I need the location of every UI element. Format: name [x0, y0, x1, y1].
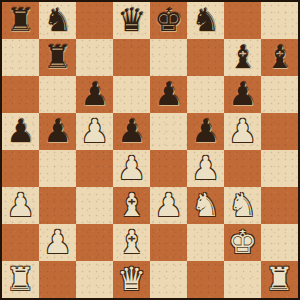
black-pawn-piece: ♟	[6, 113, 35, 150]
white-pawn-piece: ♟	[228, 113, 257, 150]
white-pawn-piece: ♟	[80, 113, 109, 150]
square-g1[interactable]	[224, 261, 261, 298]
white-bishop-piece: ♝	[117, 187, 146, 224]
black-queen-piece: ♛	[117, 2, 146, 39]
square-a5[interactable]: ♟	[2, 113, 39, 150]
square-f2[interactable]	[187, 224, 224, 261]
square-h3[interactable]	[261, 187, 298, 224]
square-h8[interactable]	[261, 2, 298, 39]
square-a3[interactable]: ♟	[2, 187, 39, 224]
chess-board: ♜♞♛♚♞♜♝♝♟♟♟♟♟♟♟♟♟♟♟♟♝♟♞♞♟♝♚♜♛♜	[0, 0, 300, 300]
square-f8[interactable]: ♞	[187, 2, 224, 39]
square-e4[interactable]	[150, 150, 187, 187]
white-rook-piece: ♜	[265, 261, 294, 298]
square-h6[interactable]	[261, 76, 298, 113]
black-pawn-piece: ♟	[80, 76, 109, 113]
white-pawn-piece: ♟	[117, 150, 146, 187]
square-c8[interactable]	[76, 2, 113, 39]
square-g6[interactable]: ♟	[224, 76, 261, 113]
square-f4[interactable]: ♟	[187, 150, 224, 187]
white-bishop-piece: ♝	[117, 224, 146, 261]
white-pawn-piece: ♟	[6, 187, 35, 224]
square-h2[interactable]	[261, 224, 298, 261]
square-a8[interactable]: ♜	[2, 2, 39, 39]
square-d8[interactable]: ♛	[113, 2, 150, 39]
black-pawn-piece: ♟	[228, 76, 257, 113]
square-e3[interactable]: ♟	[150, 187, 187, 224]
square-d3[interactable]: ♝	[113, 187, 150, 224]
square-b4[interactable]	[39, 150, 76, 187]
square-g3[interactable]: ♞	[224, 187, 261, 224]
white-rook-piece: ♜	[6, 261, 35, 298]
white-pawn-piece: ♟	[43, 224, 72, 261]
square-g4[interactable]	[224, 150, 261, 187]
white-queen-piece: ♛	[117, 261, 146, 298]
square-d2[interactable]: ♝	[113, 224, 150, 261]
black-pawn-piece: ♟	[117, 113, 146, 150]
square-e5[interactable]	[150, 113, 187, 150]
square-d5[interactable]: ♟	[113, 113, 150, 150]
square-f1[interactable]	[187, 261, 224, 298]
black-rook-piece: ♜	[43, 39, 72, 76]
square-b2[interactable]: ♟	[39, 224, 76, 261]
square-a7[interactable]	[2, 39, 39, 76]
black-pawn-piece: ♟	[154, 76, 183, 113]
square-f7[interactable]	[187, 39, 224, 76]
white-knight-piece: ♞	[228, 187, 257, 224]
square-c1[interactable]	[76, 261, 113, 298]
square-c4[interactable]	[76, 150, 113, 187]
square-d6[interactable]	[113, 76, 150, 113]
black-bishop-piece: ♝	[228, 39, 257, 76]
black-bishop-piece: ♝	[265, 39, 294, 76]
square-a1[interactable]: ♜	[2, 261, 39, 298]
square-g7[interactable]: ♝	[224, 39, 261, 76]
black-rook-piece: ♜	[6, 2, 35, 39]
square-b3[interactable]	[39, 187, 76, 224]
square-e8[interactable]: ♚	[150, 2, 187, 39]
square-g5[interactable]: ♟	[224, 113, 261, 150]
black-pawn-piece: ♟	[43, 113, 72, 150]
square-b7[interactable]: ♜	[39, 39, 76, 76]
square-c7[interactable]	[76, 39, 113, 76]
square-c6[interactable]: ♟	[76, 76, 113, 113]
square-h5[interactable]	[261, 113, 298, 150]
white-king-piece: ♚	[228, 224, 257, 261]
square-g2[interactable]: ♚	[224, 224, 261, 261]
black-king-piece: ♚	[154, 2, 183, 39]
square-d4[interactable]: ♟	[113, 150, 150, 187]
square-e2[interactable]	[150, 224, 187, 261]
white-knight-piece: ♞	[191, 187, 220, 224]
square-b1[interactable]	[39, 261, 76, 298]
square-c2[interactable]	[76, 224, 113, 261]
square-b5[interactable]: ♟	[39, 113, 76, 150]
black-knight-piece: ♞	[191, 2, 220, 39]
black-pawn-piece: ♟	[191, 113, 220, 150]
square-d1[interactable]: ♛	[113, 261, 150, 298]
square-c5[interactable]: ♟	[76, 113, 113, 150]
square-f6[interactable]	[187, 76, 224, 113]
square-e1[interactable]	[150, 261, 187, 298]
white-pawn-piece: ♟	[191, 150, 220, 187]
square-h1[interactable]: ♜	[261, 261, 298, 298]
square-e7[interactable]	[150, 39, 187, 76]
square-f3[interactable]: ♞	[187, 187, 224, 224]
black-knight-piece: ♞	[43, 2, 72, 39]
square-g8[interactable]	[224, 2, 261, 39]
square-f5[interactable]: ♟	[187, 113, 224, 150]
square-c3[interactable]	[76, 187, 113, 224]
square-d7[interactable]	[113, 39, 150, 76]
square-a4[interactable]	[2, 150, 39, 187]
square-h7[interactable]: ♝	[261, 39, 298, 76]
square-a2[interactable]	[2, 224, 39, 261]
square-b6[interactable]	[39, 76, 76, 113]
square-a6[interactable]	[2, 76, 39, 113]
square-h4[interactable]	[261, 150, 298, 187]
square-e6[interactable]: ♟	[150, 76, 187, 113]
square-b8[interactable]: ♞	[39, 2, 76, 39]
white-pawn-piece: ♟	[154, 187, 183, 224]
